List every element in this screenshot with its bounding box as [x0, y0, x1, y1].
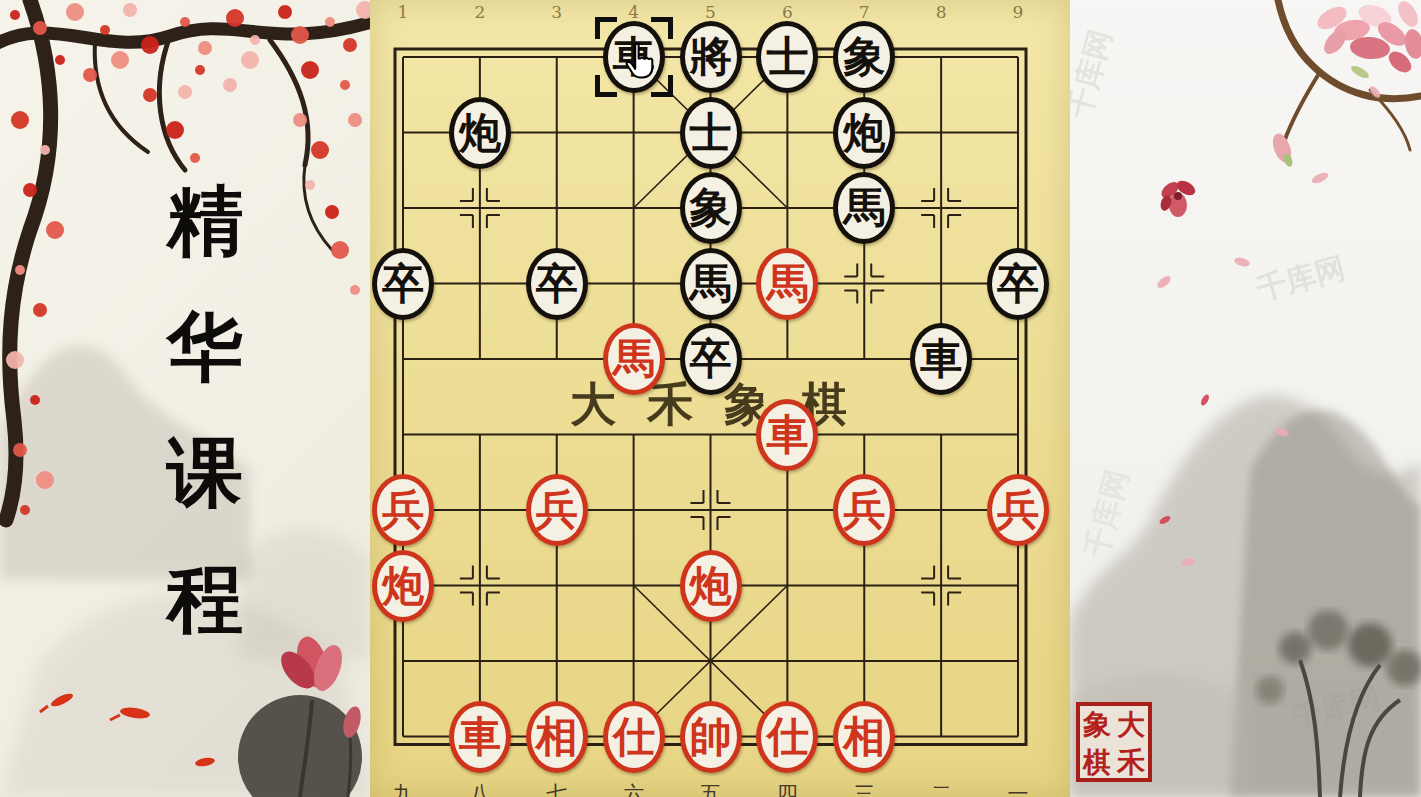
file-label-bottom-6: 四 — [772, 780, 802, 797]
ink-ridge — [1230, 410, 1421, 797]
piece-black-馬[interactable]: 馬 — [680, 248, 742, 320]
piece-black-卒[interactable]: 卒 — [987, 248, 1049, 320]
piece-glyph: 相 — [843, 716, 885, 758]
course-title-char: 华 — [159, 284, 251, 410]
file-label-top-7: 7 — [849, 2, 879, 22]
piece-black-象[interactable]: 象 — [680, 172, 742, 244]
seal-char: 象 — [1080, 706, 1114, 744]
piece-glyph: 帥 — [690, 716, 732, 758]
piece-black-炮[interactable]: 炮 — [449, 97, 511, 169]
file-label-bottom-2: 八 — [465, 780, 495, 797]
seal-char: 大 — [1114, 706, 1148, 744]
svg-text:千库网: 千库网 — [1070, 26, 1118, 122]
file-label-top-2: 2 — [465, 2, 495, 22]
piece-red-仕[interactable]: 仕 — [756, 701, 818, 773]
ink-painting-right: 千库网 千库网 千库网 千库网 — [1070, 0, 1421, 797]
piece-glyph: 炮 — [382, 565, 424, 607]
file-label-top-3: 3 — [542, 2, 572, 22]
piece-glyph: 士 — [766, 36, 808, 78]
piece-black-卒[interactable]: 卒 — [526, 248, 588, 320]
piece-red-仕[interactable]: 仕 — [603, 701, 665, 773]
file-label-top-5: 5 — [696, 2, 726, 22]
piece-glyph: 兵 — [536, 489, 578, 531]
piece-black-將[interactable]: 將 — [680, 21, 742, 93]
piece-red-馬[interactable]: 馬 — [756, 248, 818, 320]
course-title-char: 课 — [159, 410, 251, 536]
piece-glyph: 相 — [536, 716, 578, 758]
piece-glyph: 士 — [690, 112, 732, 154]
course-title-char: 程 — [159, 536, 251, 662]
piece-glyph: 象 — [690, 187, 732, 229]
piece-glyph: 馬 — [690, 263, 732, 305]
piece-glyph: 卒 — [690, 338, 732, 380]
piece-red-相[interactable]: 相 — [526, 701, 588, 773]
piece-glyph: 馬 — [766, 263, 808, 305]
piece-red-兵[interactable]: 兵 — [526, 474, 588, 546]
right-art-panel: 千库网 千库网 千库网 千库网 — [1070, 0, 1421, 797]
piece-glyph: 兵 — [997, 489, 1039, 531]
piece-black-卒[interactable]: 卒 — [680, 323, 742, 395]
xiangqi-board[interactable]: 大禾象棋 123456789 九八七六五四三二一 車將士象炮士炮象馬卒卒馬馬卒馬… — [370, 0, 1070, 797]
file-label-bottom-3: 七 — [542, 780, 572, 797]
piece-red-車[interactable]: 車 — [449, 701, 511, 773]
file-label-bottom-8: 二 — [926, 780, 956, 797]
piece-red-炮[interactable]: 炮 — [372, 550, 434, 622]
file-label-bottom-4: 六 — [619, 780, 649, 797]
piece-glyph: 卒 — [382, 263, 424, 305]
svg-text:千库网: 千库网 — [1253, 250, 1349, 307]
piece-black-士[interactable]: 士 — [756, 21, 818, 93]
piece-glyph: 卒 — [997, 263, 1039, 305]
piece-glyph: 馬 — [843, 187, 885, 229]
piece-black-炮[interactable]: 炮 — [833, 97, 895, 169]
piece-black-卒[interactable]: 卒 — [372, 248, 434, 320]
piece-glyph: 車 — [459, 716, 501, 758]
left-art-panel: 精华课程 — [0, 0, 370, 797]
piece-glyph: 兵 — [843, 489, 885, 531]
piece-red-車[interactable]: 車 — [756, 399, 818, 471]
piece-glyph: 兵 — [382, 489, 424, 531]
piece-glyph: 炮 — [690, 565, 732, 607]
piece-glyph: 仕 — [766, 716, 808, 758]
video-frame: 精华课程 大禾象棋 123456789 九八七六五四三二一 車將士象炮士炮象馬卒… — [0, 0, 1421, 797]
piece-black-車[interactable]: 車 — [910, 323, 972, 395]
piece-glyph: 象 — [843, 36, 885, 78]
piece-glyph: 將 — [690, 36, 732, 78]
file-label-bottom-1: 九 — [388, 780, 418, 797]
piece-black-象[interactable]: 象 — [833, 21, 895, 93]
file-label-top-1: 1 — [388, 2, 418, 22]
piece-glyph: 馬 — [613, 338, 655, 380]
seal-stamp: 大禾象棋 — [1076, 702, 1152, 782]
piece-red-兵[interactable]: 兵 — [987, 474, 1049, 546]
piece-glyph: 卒 — [536, 263, 578, 305]
file-label-bottom-5: 五 — [696, 780, 726, 797]
file-label-bottom-7: 三 — [849, 780, 879, 797]
file-label-bottom-9: 一 — [1003, 780, 1033, 797]
piece-black-士[interactable]: 士 — [680, 97, 742, 169]
file-label-top-9: 9 — [1003, 2, 1033, 22]
magnolia-flowers — [1269, 0, 1421, 168]
seal-char: 棋 — [1080, 744, 1114, 782]
piece-red-炮[interactable]: 炮 — [680, 550, 742, 622]
course-title: 精华课程 — [159, 158, 251, 662]
piece-red-兵[interactable]: 兵 — [372, 474, 434, 546]
piece-glyph: 炮 — [459, 112, 501, 154]
piece-black-馬[interactable]: 馬 — [833, 172, 895, 244]
piece-glyph: 仕 — [613, 716, 655, 758]
piece-red-帥[interactable]: 帥 — [680, 701, 742, 773]
piece-glyph: 炮 — [843, 112, 885, 154]
piece-red-相[interactable]: 相 — [833, 701, 895, 773]
file-label-top-6: 6 — [772, 2, 802, 22]
piece-red-兵[interactable]: 兵 — [833, 474, 895, 546]
hand-cursor-icon — [622, 43, 656, 81]
lone-flower — [1158, 178, 1197, 217]
svg-text:千库网: 千库网 — [1078, 466, 1135, 562]
seal-char: 禾 — [1114, 744, 1148, 782]
piece-red-馬[interactable]: 馬 — [603, 323, 665, 395]
piece-glyph: 車 — [920, 338, 962, 380]
course-title-char: 精 — [159, 158, 251, 284]
piece-glyph: 車 — [766, 414, 808, 456]
file-label-top-8: 8 — [926, 2, 956, 22]
